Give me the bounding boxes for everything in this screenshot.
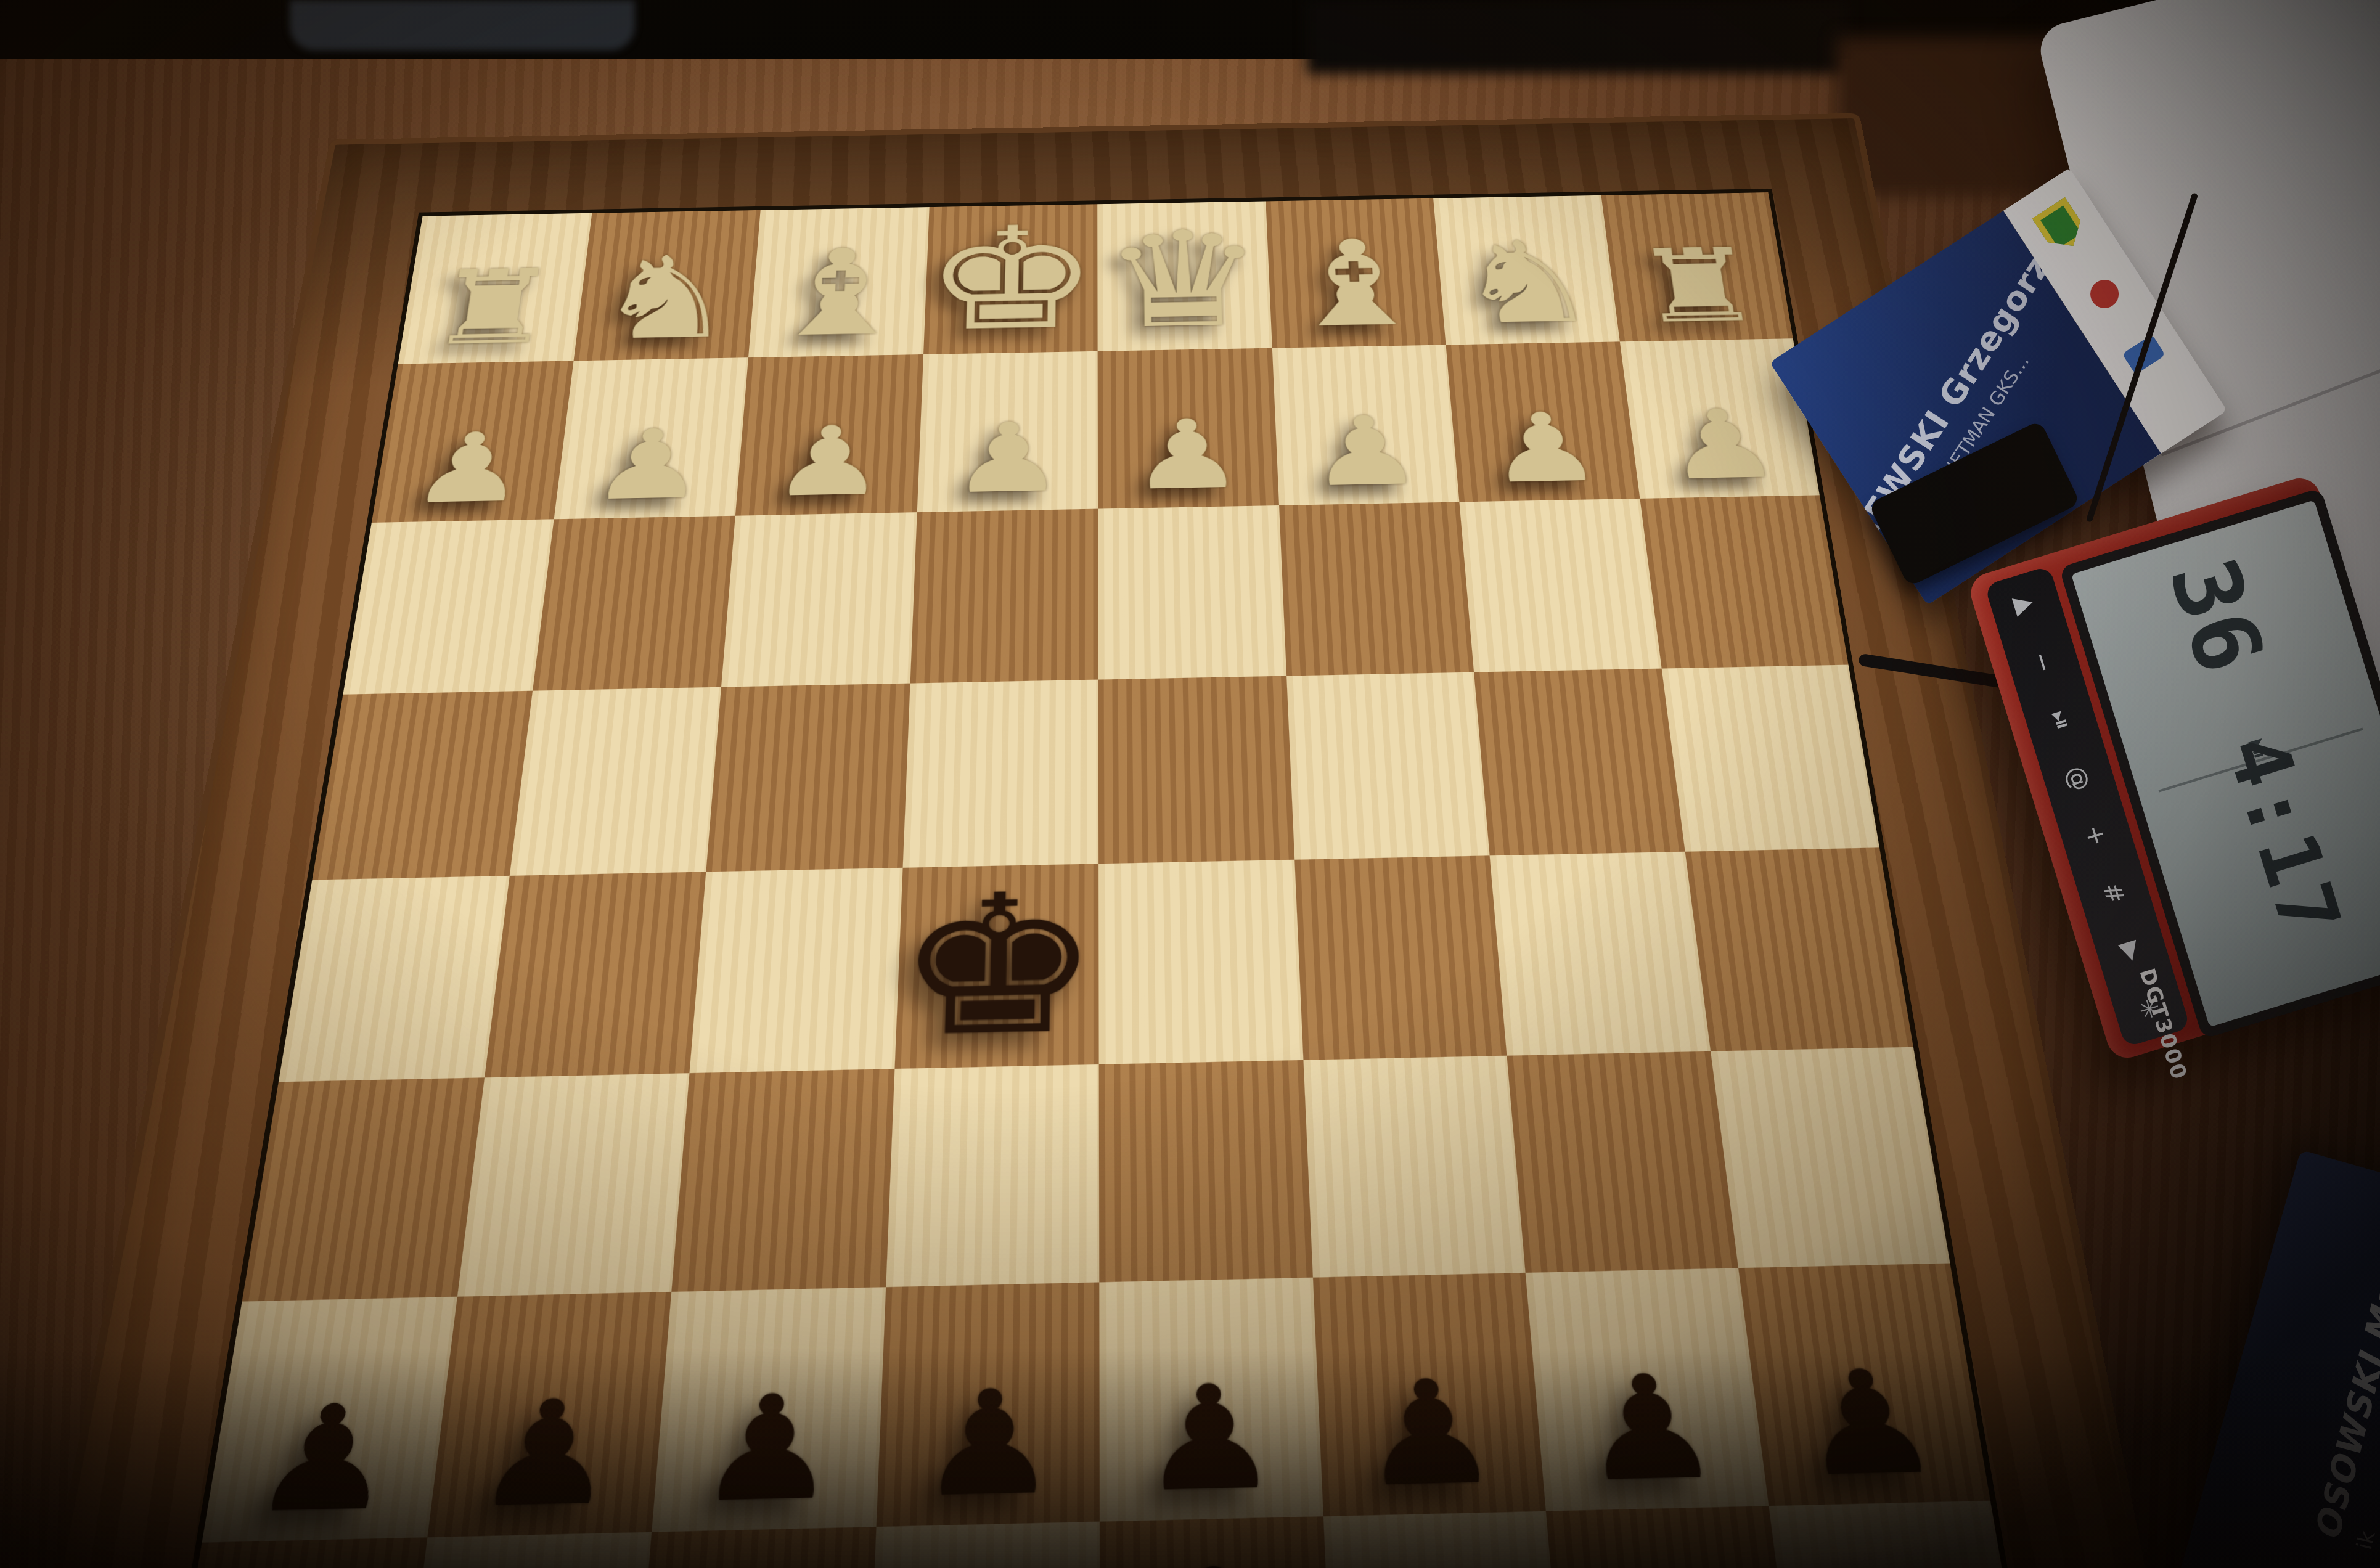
white-pawn: ♟ [1307,406,1426,498]
square-b1: ♞ [1433,195,1619,345]
square-f3 [721,512,917,687]
square-b6 [1507,1051,1738,1273]
black-king: ♚ [892,873,1102,1060]
square-f7: ♟ [652,1287,885,1532]
black-pawn: ♟ [469,1384,624,1525]
square-f8: ♝ [630,1526,876,1568]
square-b8: ♞ [1546,1505,1802,1568]
clock-button-−-icon[interactable]: − [2027,648,2060,676]
square-h7: ♟ [202,1297,457,1542]
square-g1: ♞ [573,210,761,361]
square-e2: ♟ [917,351,1098,512]
clock-button-#-icon[interactable]: # [2098,880,2131,908]
white-pawn: ♟ [1130,409,1246,502]
square-g5 [485,872,706,1077]
white-queen: ♛ [1101,216,1268,345]
white-knight: ♞ [1452,229,1603,338]
clock-time-lower: 4:17 [2201,701,2366,971]
white-pawn: ♟ [1659,399,1786,492]
white-pawn: ♟ [769,415,888,508]
white-pawn: ♟ [587,419,711,512]
square-e6 [886,1064,1100,1287]
clock-button-@-icon[interactable]: @ [2061,762,2096,794]
square-b3 [1459,499,1661,672]
clock-button-▲-icon[interactable]: ▲ [2010,591,2042,618]
square-d2: ♟ [1098,348,1279,508]
square-d6 [1099,1060,1313,1282]
square-f6 [671,1068,894,1292]
square-d7: ♟ [1099,1278,1323,1521]
square-h5 [279,876,509,1082]
square-h4 [312,690,532,880]
black-pawn: ♟ [245,1390,406,1532]
square-e8 [865,1521,1100,1568]
square-a8: ♜ [1769,1500,2035,1568]
white-rook: ♜ [423,258,563,357]
white-knight: ♞ [590,244,742,354]
clock-button-▶-icon[interactable]: ▶ [2116,938,2148,965]
square-b2: ♟ [1446,341,1639,502]
square-b7: ♟ [1526,1268,1769,1511]
square-h3 [343,519,554,694]
square-c4 [1286,672,1490,860]
square-a6 [1710,1047,1950,1268]
clock-button-+-icon[interactable]: + [2080,822,2113,850]
square-g6 [457,1073,689,1297]
square-f5 [689,868,902,1073]
square-e5: ♚ [894,864,1099,1068]
black-bishop: ♝ [1341,1561,1551,1568]
square-g3 [533,516,735,690]
white-pawn: ♟ [950,412,1066,505]
black-pawn: ♟ [917,1374,1060,1515]
green-shield-logo-icon [2032,197,2090,257]
black-pawn: ♟ [1139,1370,1282,1510]
white-king: ♚ [921,211,1100,348]
black-pawn: ♟ [1572,1360,1727,1500]
square-c7: ♟ [1312,1273,1545,1516]
black-queen: ♛ [1105,1543,1330,1568]
square-c1: ♝ [1266,198,1446,348]
square-b4 [1474,668,1685,855]
square-g4 [509,687,721,876]
square-e4 [902,679,1098,868]
square-e7: ♟ [876,1282,1100,1526]
white-pawn: ♟ [406,422,533,515]
square-g2: ♟ [554,357,748,520]
square-a7: ♟ [1738,1264,1990,1506]
white-rook: ♜ [1629,237,1769,335]
square-h1: ♜ [398,213,592,364]
square-b5 [1490,852,1711,1055]
white-bishop: ♝ [761,235,916,351]
square-a4 [1661,664,1879,852]
square-h6 [242,1077,485,1302]
black-pawn: ♟ [693,1379,843,1521]
square-d4 [1098,676,1294,864]
square-h2: ♟ [372,361,573,523]
square-a5 [1685,847,1913,1051]
square-a1: ♜ [1601,192,1793,341]
square-c5 [1294,855,1507,1060]
square-f2: ♟ [735,354,923,516]
square-d8: ♛ [1100,1516,1335,1568]
clock-button-⏯-icon[interactable]: ⏯ [2044,706,2077,733]
black-knight: ♞ [1571,1564,1779,1568]
square-g7: ♟ [427,1292,671,1537]
square-a3 [1640,495,1849,668]
board-grid: ♜♞♝♚♛♝♞♜♟♟♟♟♟♟♟♟♚♟♟♟♟♟♟♟♟♜♞♝♛♝♞♜ [158,192,2034,1568]
square-c2: ♟ [1272,345,1459,505]
square-e1: ♚ [923,204,1098,354]
white-pawn: ♟ [1483,402,1606,495]
square-d5 [1098,860,1303,1064]
tournament-photo: ♜♞♝♚♛♝♞♜♟♟♟♟♟♟♟♟♚♟♟♟♟♟♟♟♟♜♞♝♛♝♞♜ …EWSKI … [0,0,2380,1568]
square-f1: ♝ [748,207,929,357]
red-emblem-icon [2085,274,2124,314]
black-pawn: ♟ [1789,1355,1949,1495]
black-pawn: ♟ [1356,1365,1505,1505]
square-c3 [1278,502,1474,676]
square-h8: ♜ [158,1537,427,1568]
square-c6 [1303,1055,1526,1278]
square-f4 [706,683,910,872]
square-c8: ♝ [1323,1511,1568,1568]
square-g8: ♞ [395,1532,652,1568]
square-d3 [1098,505,1286,679]
white-bishop: ♝ [1278,227,1433,341]
square-e3 [910,509,1098,684]
square-d1: ♛ [1097,201,1272,351]
